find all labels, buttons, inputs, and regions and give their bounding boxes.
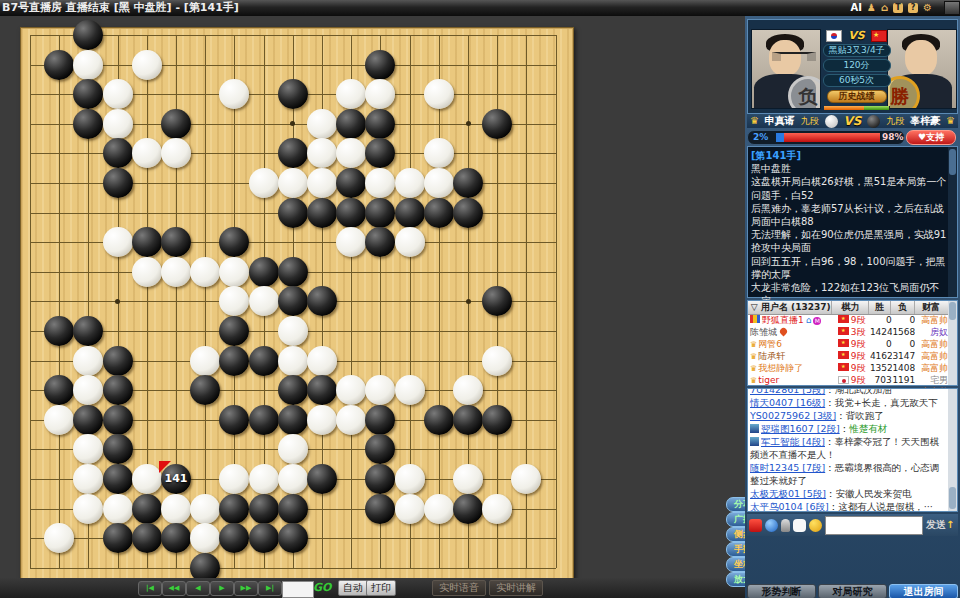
black-stone: [132, 494, 162, 524]
black-stone: [103, 375, 133, 405]
black-stone: [365, 138, 395, 168]
white-stone: [103, 227, 133, 257]
shirt-icon[interactable]: T: [893, 3, 903, 13]
white-stone: [73, 434, 103, 464]
black-stone: [132, 227, 162, 257]
hoshi-point: [466, 299, 471, 304]
send-button[interactable]: 发送↑: [926, 518, 954, 532]
black-stone: [103, 405, 133, 435]
black-stone: [365, 494, 395, 524]
white-stone: [278, 168, 308, 198]
nav-back-button[interactable]: ◀: [186, 581, 210, 596]
chat-scrollbar[interactable]: [948, 389, 957, 511]
live-voice-button[interactable]: 实时语音: [432, 580, 486, 596]
vs-label: VS: [844, 114, 862, 128]
chat-message: 太平鸟0104 [6段]：这都有人说是假棋，···: [750, 500, 948, 512]
black-stone: [249, 346, 279, 376]
chat-message-input[interactable]: [825, 516, 923, 535]
house-icon: ⌂: [806, 315, 812, 325]
white-stone: [190, 494, 220, 524]
chat-message: 太极无极01 [5段]：安徽人民发来贺电: [750, 487, 948, 500]
left-player-rank: 九段: [801, 114, 819, 128]
window-title: B7号直播房 直播结束 [黑 中盘胜] - [第141手]: [2, 0, 239, 16]
white-stone: [482, 494, 512, 524]
white-stone: [511, 464, 541, 494]
history-record-button[interactable]: 历史战绩: [827, 90, 887, 103]
go-board[interactable]: 141: [20, 27, 574, 580]
chat-user-link[interactable]: 7U142861 [5段]: [750, 388, 825, 395]
user-icon[interactable]: ♟: [867, 0, 876, 16]
black-stone: [278, 79, 308, 109]
user-list: ▽ 用户名 (13237) 棋力 胜 负 财富 野狐直播1⌂M9段00高富帅陈雏…: [747, 300, 958, 386]
white-stone: [424, 494, 454, 524]
black-stone: [365, 109, 395, 139]
black-stone: [103, 138, 133, 168]
chat-message: 情天0407 [16级]：我党+长走，真无敌天下: [750, 396, 948, 409]
white-stone: [132, 257, 162, 287]
black-stone: [307, 375, 337, 405]
black-stone: [103, 523, 133, 553]
settings-gear-icon[interactable]: ⚙: [923, 0, 932, 16]
black-stone: [249, 405, 279, 435]
print-button[interactable]: 打印: [366, 580, 396, 596]
head-to-head-bar: [824, 106, 890, 110]
black-stone: [365, 198, 395, 228]
crown-icon: ♛: [750, 340, 757, 349]
white-stone: [307, 109, 337, 139]
player-names-row: ♛ 申真谞 九段 VS 九段 辜梓豪 ♛: [747, 114, 958, 128]
white-stone: [161, 257, 191, 287]
black-stone: [453, 405, 483, 435]
black-stone: [365, 50, 395, 80]
panel-tab-对局研究[interactable]: 对局研究: [818, 584, 887, 598]
black-win-rate: 98%: [882, 131, 904, 144]
right-panel: 负 勝 VS ★ 黑贴3又3/4子 120分 60秒5次 历史战绩 ♛ 申真谞 …: [745, 16, 960, 598]
chat-message: 7U142861 [5段]：湖北武汉加油: [750, 388, 948, 396]
home-icon[interactable]: ⌂: [881, 0, 888, 16]
white-stone: [336, 405, 366, 435]
panel-tab-退出房间[interactable]: 退出房间: [889, 584, 958, 598]
flag-icon: [838, 339, 849, 347]
filter-icon[interactable]: ▽: [751, 302, 758, 312]
chat-message: YS00275962 [3级]：背吹跑了: [750, 409, 948, 422]
left-player-name: 申真谞: [765, 114, 795, 128]
white-stone: [482, 346, 512, 376]
replay-toolbar: |◀◀◀◀▶▶▶▶| GO 自动 打印 实时语音 实时讲解: [0, 578, 745, 598]
black-stone: [365, 227, 395, 257]
right-player-name: 辜梓豪: [910, 114, 940, 128]
black-stone: [44, 50, 74, 80]
white-stone: [453, 375, 483, 405]
black-stone: [161, 109, 191, 139]
white-stone: [453, 464, 483, 494]
white-stone: [103, 494, 133, 524]
black-stone: [219, 405, 249, 435]
black-stone: [307, 198, 337, 228]
panel-bottom-tabs: 形势判断对局研究退出房间: [745, 583, 960, 598]
user-row[interactable]: ♛tiger9段7031191宅男: [748, 374, 950, 386]
hoshi-point: [466, 121, 471, 126]
black-stone: [482, 286, 512, 316]
go-button[interactable]: GO: [313, 581, 331, 595]
hoshi-point: [115, 299, 120, 304]
ai-icon[interactable]: AI: [850, 0, 861, 16]
black-stone: [44, 316, 74, 346]
black-stone: [44, 375, 74, 405]
chat-message: 随时12345 [7段]：恶霸境界很高的，心态调整过来就好了: [750, 461, 948, 487]
white-stone: [219, 257, 249, 287]
white-stone: [132, 50, 162, 80]
window-control-button[interactable]: [944, 1, 960, 15]
main-time-label: 120分: [823, 59, 891, 72]
black-stone: [453, 168, 483, 198]
white-stone: [219, 464, 249, 494]
crown-icon: ♛: [750, 376, 757, 385]
live-commentary-button[interactable]: 实时讲解: [489, 580, 543, 596]
korea-flag-icon: [826, 30, 842, 42]
black-stone: 141: [161, 464, 191, 494]
flag-icon: [838, 327, 849, 335]
white-stone: [395, 464, 425, 494]
black-stone: [278, 286, 308, 316]
white-stone-icon: [825, 115, 838, 128]
white-stone: [249, 286, 279, 316]
komi-label: 黑贴3又3/4子: [823, 44, 891, 57]
avatar-icon: [750, 437, 759, 446]
black-stone: [453, 198, 483, 228]
chat-input-row: 发送↑: [747, 514, 958, 536]
auto-button[interactable]: 自动: [338, 580, 368, 596]
white-stone: [132, 464, 162, 494]
support-button[interactable]: ♥支持: [906, 130, 956, 145]
win-rate-bar: 2% 98%: [747, 130, 905, 145]
black-stone-icon: [867, 115, 880, 128]
white-stone: [395, 375, 425, 405]
panel-tab-形势判断[interactable]: 形势判断: [747, 584, 816, 598]
white-stone: [44, 405, 74, 435]
black-stone: [73, 79, 103, 109]
black-stone: [307, 464, 337, 494]
white-stone: [424, 138, 454, 168]
white-stone: [336, 227, 366, 257]
nav-forward-button[interactable]: ▶: [210, 581, 234, 596]
white-stone: [103, 79, 133, 109]
black-stone: [336, 198, 366, 228]
user-row[interactable]: ♛网管69段00高富帅: [748, 338, 950, 350]
chat-area: 7U142861 [5段]：湖北武汉加油情天0407 [16级]：我党+长走，真…: [747, 388, 958, 512]
nav-fast-forward-button[interactable]: ▶▶: [234, 581, 258, 596]
white-stone: [190, 257, 220, 287]
black-stone: [395, 198, 425, 228]
chat-message: 军工智能 [4段]：辜梓豪夺冠了！天天围棋频道不直播不是人！: [750, 435, 948, 461]
globe-icon[interactable]: [765, 519, 778, 532]
user-row[interactable]: ♛我想静静了9段13521408高富帅: [748, 362, 950, 374]
black-stone: [249, 494, 279, 524]
flag-icon: [838, 315, 849, 323]
white-stone: [190, 346, 220, 376]
black-stone: [103, 434, 133, 464]
left-player-photo: 负: [751, 29, 821, 109]
white-stone: [365, 168, 395, 198]
help-icon[interactable]: ?: [908, 3, 918, 13]
white-stone: [424, 79, 454, 109]
title-bar: B7号直播房 直播结束 [黑 中盘胜] - [第141手] AI ♟ ⌂ T ?…: [0, 0, 960, 16]
broadcast-icon: [750, 315, 760, 323]
black-stone: [336, 109, 366, 139]
china-flag-icon: ★: [871, 30, 887, 42]
user-row[interactable]: 野狐直播1⌂M9段00高富帅: [748, 314, 950, 326]
black-stone: [278, 375, 308, 405]
black-stone: [103, 464, 133, 494]
black-stone: [365, 464, 395, 494]
speech-bubble-icon[interactable]: [793, 519, 806, 532]
flag-icon: [838, 351, 849, 359]
black-stone: [336, 168, 366, 198]
white-stone: [190, 523, 220, 553]
black-stone: [161, 227, 191, 257]
black-stone: [424, 198, 454, 228]
white-stone: [73, 50, 103, 80]
chat-user-link[interactable]: 太极无极01 [5段]: [750, 488, 826, 499]
black-stone: [73, 20, 103, 50]
white-stone: [103, 109, 133, 139]
commentary-scrollbar[interactable]: [948, 147, 957, 297]
black-stone: [219, 523, 249, 553]
hoshi-point: [290, 121, 295, 126]
right-player-photo: 勝: [887, 29, 957, 109]
commentary-box: [第141手]黑中盘胜这盘棋开局白棋26好棋，黑51是本局第一个问题手，白52后…: [747, 146, 958, 298]
flag-icon: [838, 363, 849, 371]
black-stone: [103, 168, 133, 198]
white-stone: [278, 434, 308, 464]
microphone-icon[interactable]: [781, 519, 790, 532]
user-row[interactable]: ♛陆承轩9段41623147高富帅: [748, 350, 950, 362]
white-stone: [395, 494, 425, 524]
white-stone: [336, 79, 366, 109]
right-player-rank: 九段: [886, 114, 904, 128]
white-stone: [73, 464, 103, 494]
white-stone: [73, 494, 103, 524]
white-stone: [278, 464, 308, 494]
white-stone: [219, 286, 249, 316]
black-stone: [132, 523, 162, 553]
black-stone: [73, 405, 103, 435]
white-stone: [336, 138, 366, 168]
chat-user-link[interactable]: 情天0407 [16级]: [750, 397, 825, 408]
byoyomi-label: 60秒5次: [823, 74, 891, 87]
white-stone: [424, 168, 454, 198]
white-stone: [249, 464, 279, 494]
black-stone: [161, 523, 191, 553]
white-stone: [278, 316, 308, 346]
black-stone: [219, 227, 249, 257]
black-stone: [453, 494, 483, 524]
vs-label: VS: [848, 29, 864, 42]
avatar-icon: [750, 424, 759, 433]
white-stone: [73, 375, 103, 405]
black-stone: [365, 434, 395, 464]
medal-icon: M: [813, 317, 821, 325]
black-stone: [307, 286, 337, 316]
nav-last-button[interactable]: ▶|: [258, 581, 282, 596]
black-stone: [278, 494, 308, 524]
black-stone: [249, 523, 279, 553]
black-stone: [424, 405, 454, 435]
black-stone: [278, 523, 308, 553]
black-stone: [482, 109, 512, 139]
black-stone: [482, 405, 512, 435]
chat-user-link[interactable]: 太平鸟0104 [6段]: [750, 501, 829, 512]
white-stone: [73, 346, 103, 376]
white-stone: [336, 375, 366, 405]
chat-user-link[interactable]: 军工智能 [4段]: [761, 436, 825, 447]
white-win-rate: 2%: [753, 131, 768, 144]
player-card: 负 勝 VS ★ 黑贴3又3/4子 120分 60秒5次 历史战绩: [747, 19, 958, 114]
chat-user-link[interactable]: 随时12345 [7段]: [750, 462, 825, 473]
black-stone: [365, 405, 395, 435]
location-pin-icon: [779, 327, 789, 337]
white-stone: [365, 375, 395, 405]
white-stone: [395, 168, 425, 198]
redpacket-icon[interactable]: [749, 519, 762, 532]
chat-message: 翌瑞图1607 [2段]：惟楚有材: [750, 422, 948, 435]
chat-user-link[interactable]: 翌瑞图1607 [2段]: [761, 423, 840, 434]
white-stone: [249, 168, 279, 198]
white-stone: [219, 79, 249, 109]
emoticon-icon[interactable]: [809, 519, 822, 532]
chat-user-link[interactable]: YS00275962 [3级]: [750, 410, 836, 421]
white-stone: [161, 494, 191, 524]
white-stone: [307, 138, 337, 168]
black-stone: [278, 405, 308, 435]
user-list-scrollbar[interactable]: [948, 301, 957, 385]
user-list-header[interactable]: ▽ 用户名 (13237) 棋力 胜 负 财富: [748, 301, 950, 315]
white-stone: [307, 405, 337, 435]
left-player-result-badge: 负: [788, 76, 821, 109]
black-stone: [278, 257, 308, 287]
white-stone: [278, 346, 308, 376]
nav-fast-back-button[interactable]: ◀◀: [162, 581, 186, 596]
move-number-input[interactable]: [282, 581, 314, 598]
crown-icon: ♛: [750, 352, 757, 361]
user-row[interactable]: 陈雏城3段14241568房奴: [748, 326, 950, 338]
black-stone: [73, 109, 103, 139]
crown-icon: ♛: [750, 114, 759, 128]
move-number-label: 141: [161, 464, 191, 494]
white-stone: [395, 227, 425, 257]
white-stone: [161, 138, 191, 168]
white-stone: [44, 523, 74, 553]
crown-icon: ♛: [750, 364, 757, 373]
white-stone: [365, 79, 395, 109]
white-stone: [307, 346, 337, 376]
black-stone: [278, 138, 308, 168]
black-stone: [249, 257, 279, 287]
black-stone: [219, 346, 249, 376]
flag-icon: [838, 376, 849, 384]
nav-first-button[interactable]: |◀: [138, 581, 162, 596]
black-stone: [219, 494, 249, 524]
black-stone: [103, 346, 133, 376]
black-stone: [190, 375, 220, 405]
crown-icon: ♛: [946, 114, 955, 128]
black-stone: [278, 198, 308, 228]
black-stone: [219, 316, 249, 346]
white-stone: [307, 168, 337, 198]
white-stone: [132, 138, 162, 168]
black-stone: [73, 316, 103, 346]
